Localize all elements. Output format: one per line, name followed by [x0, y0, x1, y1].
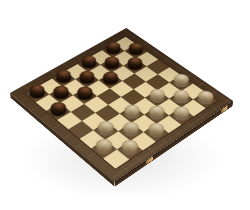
light-piece[interactable] [118, 142, 141, 159]
square-4-3[interactable] [97, 88, 121, 104]
photo-canvas [0, 0, 250, 210]
dark-piece[interactable] [48, 104, 70, 119]
dark-piece[interactable] [53, 72, 74, 86]
light-piece[interactable] [195, 93, 216, 108]
square-1-6[interactable] [169, 91, 193, 107]
dark-piece[interactable] [27, 87, 48, 101]
light-piece[interactable] [170, 108, 192, 123]
light-piece[interactable] [145, 125, 167, 141]
dark-piece[interactable] [51, 88, 72, 102]
